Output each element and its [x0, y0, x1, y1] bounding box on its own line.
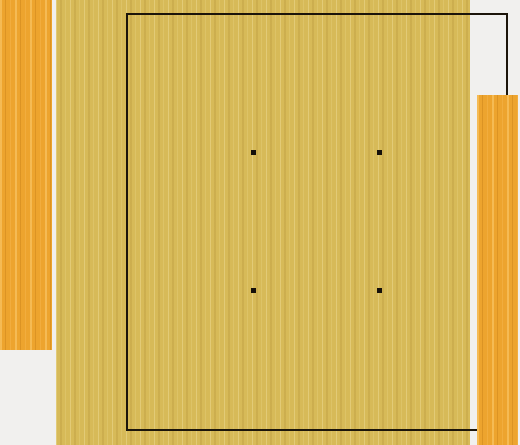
top-coordinates [128, 0, 506, 13]
shogi-board [56, 0, 470, 445]
star-point [251, 150, 256, 155]
star-point [377, 150, 382, 155]
board-grid [126, 13, 508, 431]
star-point [251, 288, 256, 293]
gote-komadai [0, 0, 52, 350]
shogi-app [0, 0, 520, 445]
sente-komadai [477, 95, 518, 445]
star-point [377, 288, 382, 293]
